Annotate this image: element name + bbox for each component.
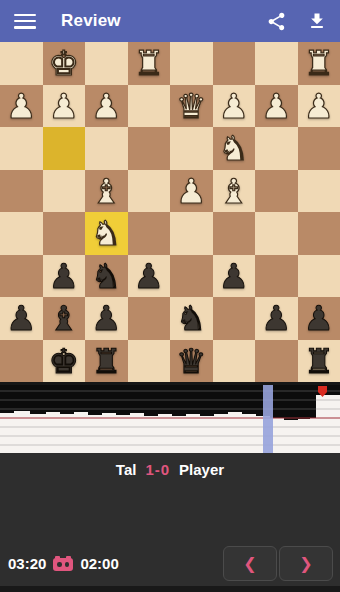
square-g1[interactable]: ♚ (43, 42, 86, 85)
black-rook: ♜ (91, 344, 121, 378)
square-c6[interactable]: ♟ (213, 255, 256, 298)
square-a7[interactable]: ♟ (298, 297, 340, 340)
bottom-panel: Tal 1-0 Player 03:20 02:00 ❮ ❯ (0, 453, 340, 592)
square-b3[interactable] (255, 127, 298, 170)
square-b8[interactable] (255, 340, 298, 383)
graph-cursor (263, 385, 273, 453)
square-h5[interactable] (0, 212, 43, 255)
white-knight: ♞ (91, 216, 121, 250)
square-e7[interactable] (128, 297, 171, 340)
chess-review-screen: Review ♚♜♜♟♟♟♛♟♟♟♞♝♟♝♞♟♞♟♟♟♝♟♞♟♟♚♜♛♜ Tal… (0, 0, 340, 592)
app-bar-actions (266, 11, 340, 32)
square-d3[interactable] (170, 127, 213, 170)
square-d5[interactable] (170, 212, 213, 255)
square-b4[interactable] (255, 170, 298, 213)
square-g6[interactable]: ♟ (43, 255, 86, 298)
white-pawn: ♟ (304, 89, 334, 123)
square-c7[interactable] (213, 297, 256, 340)
square-a1[interactable]: ♜ (298, 42, 340, 85)
square-f7[interactable]: ♟ (85, 297, 128, 340)
square-e6[interactable]: ♟ (128, 255, 171, 298)
white-pawn: ♟ (6, 89, 36, 123)
black-king: ♚ (49, 344, 79, 378)
white-pawn: ♟ (49, 89, 79, 123)
black-player-name: Player (179, 461, 224, 478)
white-pawn: ♟ (219, 89, 249, 123)
square-h1[interactable] (0, 42, 43, 85)
black-bishop: ♝ (49, 301, 79, 335)
square-e2[interactable] (128, 85, 171, 128)
black-pawn: ♟ (49, 259, 79, 293)
square-f5[interactable]: ♞ (85, 212, 128, 255)
square-b5[interactable] (255, 212, 298, 255)
app-bar: Review (0, 0, 340, 42)
square-h8[interactable] (0, 340, 43, 383)
white-clock: 03:20 (8, 555, 46, 572)
square-e4[interactable] (128, 170, 171, 213)
square-f1[interactable] (85, 42, 128, 85)
black-clock: 02:00 (80, 555, 118, 572)
white-rook: ♜ (304, 46, 334, 80)
square-d2[interactable]: ♛ (170, 85, 213, 128)
white-knight: ♞ (219, 131, 249, 165)
square-h7[interactable]: ♟ (0, 297, 43, 340)
square-f6[interactable]: ♞ (85, 255, 128, 298)
square-a5[interactable] (298, 212, 340, 255)
black-pawn: ♟ (219, 259, 249, 293)
square-c5[interactable] (213, 212, 256, 255)
download-icon[interactable] (307, 11, 327, 31)
square-h2[interactable]: ♟ (0, 85, 43, 128)
chess-clock-icon (53, 558, 73, 571)
square-a4[interactable] (298, 170, 340, 213)
white-rook: ♜ (134, 46, 164, 80)
square-g3[interactable] (43, 127, 86, 170)
clocks: 03:20 02:00 (8, 555, 119, 572)
eval-graph[interactable] (0, 385, 340, 453)
white-player-name: Tal (116, 461, 137, 478)
square-a2[interactable]: ♟ (298, 85, 340, 128)
square-d1[interactable] (170, 42, 213, 85)
square-b1[interactable] (255, 42, 298, 85)
black-rook: ♜ (304, 344, 334, 378)
square-c8[interactable] (213, 340, 256, 383)
result-bar: Tal 1-0 Player (0, 456, 340, 482)
white-pawn: ♟ (176, 174, 206, 208)
page-title: Review (61, 11, 121, 31)
share-icon[interactable] (266, 11, 287, 32)
square-d4[interactable]: ♟ (170, 170, 213, 213)
square-d7[interactable]: ♞ (170, 297, 213, 340)
white-king: ♚ (49, 46, 79, 80)
square-b2[interactable]: ♟ (255, 85, 298, 128)
square-h4[interactable] (0, 170, 43, 213)
black-pawn: ♟ (304, 301, 334, 335)
black-knight: ♞ (91, 259, 121, 293)
square-g7[interactable]: ♝ (43, 297, 86, 340)
square-f4[interactable]: ♝ (85, 170, 128, 213)
square-c2[interactable]: ♟ (213, 85, 256, 128)
square-h6[interactable] (0, 255, 43, 298)
square-b7[interactable]: ♟ (255, 297, 298, 340)
square-d8[interactable]: ♛ (170, 340, 213, 383)
square-c4[interactable]: ♝ (213, 170, 256, 213)
square-g5[interactable] (43, 212, 86, 255)
square-f3[interactable] (85, 127, 128, 170)
square-h3[interactable] (0, 127, 43, 170)
square-a8[interactable]: ♜ (298, 340, 340, 383)
square-g8[interactable]: ♚ (43, 340, 86, 383)
black-queen: ♛ (176, 344, 206, 378)
white-bishop: ♝ (91, 174, 121, 208)
square-g2[interactable]: ♟ (43, 85, 86, 128)
square-e5[interactable] (128, 212, 171, 255)
square-f8[interactable]: ♜ (85, 340, 128, 383)
square-e1[interactable]: ♜ (128, 42, 171, 85)
white-queen: ♛ (176, 89, 206, 123)
black-pawn: ♟ (134, 259, 164, 293)
square-a3[interactable] (298, 127, 340, 170)
move-navigation: ❮ ❯ (223, 546, 333, 581)
chevron-left-icon: ❮ (243, 554, 256, 573)
square-g4[interactable] (43, 170, 86, 213)
black-pawn: ♟ (6, 301, 36, 335)
square-d6[interactable] (170, 255, 213, 298)
bottom-strip (0, 586, 340, 592)
square-a6[interactable] (298, 255, 340, 298)
square-e8[interactable] (128, 340, 171, 383)
next-move-button[interactable]: ❯ (279, 546, 333, 581)
white-pawn: ♟ (261, 89, 291, 123)
chess-board: ♚♜♜♟♟♟♛♟♟♟♞♝♟♝♞♟♞♟♟♟♝♟♞♟♟♚♜♛♜ (0, 42, 340, 382)
white-bishop: ♝ (219, 174, 249, 208)
prev-move-button[interactable]: ❮ (223, 546, 277, 581)
result-score: 1-0 (145, 461, 170, 478)
square-e3[interactable] (128, 127, 171, 170)
square-c3[interactable]: ♞ (213, 127, 256, 170)
black-pawn: ♟ (91, 301, 121, 335)
square-b6[interactable] (255, 255, 298, 298)
black-knight: ♞ (176, 301, 206, 335)
square-c1[interactable] (213, 42, 256, 85)
square-f2[interactable]: ♟ (85, 85, 128, 128)
hamburger-menu-icon[interactable] (14, 14, 36, 29)
chevron-right-icon: ❯ (299, 554, 312, 573)
black-pawn: ♟ (261, 301, 291, 335)
controls-row: 03:20 02:00 ❮ ❯ (0, 546, 340, 586)
white-pawn: ♟ (91, 89, 121, 123)
